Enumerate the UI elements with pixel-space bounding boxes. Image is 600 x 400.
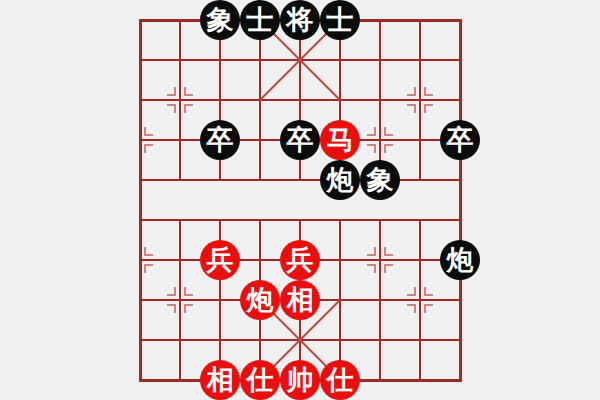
intersection-c1-r7[interactable]	[160, 280, 200, 320]
piece-red-soldier-2[interactable]: 兵	[280, 240, 320, 280]
piece-red-advisor-2[interactable]: 仕	[320, 360, 360, 400]
intersection-c4-r6[interactable]: 兵	[280, 240, 320, 280]
intersection-c8-r6[interactable]: 炮	[440, 240, 480, 280]
intersection-c4-r1[interactable]	[280, 40, 320, 80]
intersection-c3-r4[interactable]	[240, 160, 280, 200]
intersection-c5-r1[interactable]	[320, 40, 360, 80]
intersection-c8-r4[interactable]	[440, 160, 480, 200]
intersection-c1-r6[interactable]	[160, 240, 200, 280]
intersection-c6-r7[interactable]	[360, 280, 400, 320]
intersection-c4-r5[interactable]	[280, 200, 320, 240]
intersection-c7-r9[interactable]	[400, 360, 440, 400]
intersection-c6-r9[interactable]	[360, 360, 400, 400]
piece-red-cannon[interactable]: 炮	[240, 280, 280, 320]
intersection-c4-r2[interactable]	[280, 80, 320, 120]
piece-black-elephant-2[interactable]: 象	[360, 160, 400, 200]
intersection-c7-r8[interactable]	[400, 320, 440, 360]
intersection-c8-r7[interactable]	[440, 280, 480, 320]
intersection-c3-r6[interactable]	[240, 240, 280, 280]
intersection-c5-r9[interactable]: 仕	[320, 360, 360, 400]
piece-black-soldier-2[interactable]: 卒	[280, 120, 320, 160]
intersection-c1-r1[interactable]	[160, 40, 200, 80]
intersection-c2-r4[interactable]	[200, 160, 240, 200]
intersection-c6-r2[interactable]	[360, 80, 400, 120]
intersection-c3-r9[interactable]: 仕	[240, 360, 280, 400]
intersection-c1-r4[interactable]	[160, 160, 200, 200]
piece-red-horse[interactable]: 马	[320, 120, 360, 160]
piece-red-elephant-2[interactable]: 相	[200, 360, 240, 400]
piece-black-soldier-3[interactable]: 卒	[440, 120, 480, 160]
intersection-c3-r3[interactable]	[240, 120, 280, 160]
intersection-c2-r0[interactable]: 象	[200, 0, 240, 40]
piece-black-soldier-1[interactable]: 卒	[200, 120, 240, 160]
intersection-c0-r3[interactable]	[120, 120, 160, 160]
intersection-c8-r3[interactable]: 卒	[440, 120, 480, 160]
piece-black-general[interactable]: 将	[280, 0, 320, 40]
intersection-c0-r0[interactable]	[120, 0, 160, 40]
intersection-c6-r1[interactable]	[360, 40, 400, 80]
intersection-c5-r8[interactable]	[320, 320, 360, 360]
intersection-c0-r7[interactable]	[120, 280, 160, 320]
intersection-c8-r5[interactable]	[440, 200, 480, 240]
intersection-c4-r4[interactable]	[280, 160, 320, 200]
intersection-c2-r3[interactable]: 卒	[200, 120, 240, 160]
intersection-c0-r2[interactable]	[120, 80, 160, 120]
intersection-c7-r5[interactable]	[400, 200, 440, 240]
intersection-c0-r4[interactable]	[120, 160, 160, 200]
intersection-c3-r5[interactable]	[240, 200, 280, 240]
piece-black-advisor-1[interactable]: 士	[240, 0, 280, 40]
piece-black-cannon-2[interactable]: 炮	[440, 240, 480, 280]
intersection-c4-r3[interactable]: 卒	[280, 120, 320, 160]
intersection-c4-r8[interactable]	[280, 320, 320, 360]
intersection-c0-r5[interactable]	[120, 200, 160, 240]
piece-black-advisor-2[interactable]: 士	[320, 0, 360, 40]
intersection-c6-r5[interactable]	[360, 200, 400, 240]
intersection-c5-r4[interactable]: 炮	[320, 160, 360, 200]
piece-red-elephant-1[interactable]: 相	[280, 280, 320, 320]
intersection-c7-r7[interactable]	[400, 280, 440, 320]
intersection-c6-r8[interactable]	[360, 320, 400, 360]
intersection-c6-r6[interactable]	[360, 240, 400, 280]
intersection-c3-r7[interactable]: 炮	[240, 280, 280, 320]
intersection-c7-r4[interactable]	[400, 160, 440, 200]
piece-red-advisor-1[interactable]: 仕	[240, 360, 280, 400]
piece-black-cannon-1[interactable]: 炮	[320, 160, 360, 200]
piece-red-soldier-1[interactable]: 兵	[200, 240, 240, 280]
intersection-c0-r1[interactable]	[120, 40, 160, 80]
intersection-c1-r5[interactable]	[160, 200, 200, 240]
intersection-c8-r2[interactable]	[440, 80, 480, 120]
intersection-c8-r9[interactable]	[440, 360, 480, 400]
intersection-c1-r0[interactable]	[160, 0, 200, 40]
intersection-c2-r5[interactable]	[200, 200, 240, 240]
intersection-c2-r9[interactable]: 相	[200, 360, 240, 400]
intersection-c1-r9[interactable]	[160, 360, 200, 400]
intersection-c3-r8[interactable]	[240, 320, 280, 360]
piece-red-general[interactable]: 帅	[280, 360, 320, 400]
intersection-c4-r9[interactable]: 帅	[280, 360, 320, 400]
intersection-c4-r7[interactable]: 相	[280, 280, 320, 320]
intersection-c3-r1[interactable]	[240, 40, 280, 80]
intersection-c2-r2[interactable]	[200, 80, 240, 120]
intersection-c5-r7[interactable]	[320, 280, 360, 320]
intersection-c0-r6[interactable]	[120, 240, 160, 280]
intersection-c5-r5[interactable]	[320, 200, 360, 240]
intersection-c5-r6[interactable]	[320, 240, 360, 280]
intersection-c6-r0[interactable]	[360, 0, 400, 40]
intersection-c6-r4[interactable]: 象	[360, 160, 400, 200]
intersection-c3-r0[interactable]: 士	[240, 0, 280, 40]
intersection-c4-r0[interactable]: 将	[280, 0, 320, 40]
intersection-c0-r8[interactable]	[120, 320, 160, 360]
intersection-c1-r2[interactable]	[160, 80, 200, 120]
intersection-c7-r2[interactable]	[400, 80, 440, 120]
xiangqi-board-screen: 象士将士卒卒马卒炮象兵兵炮炮相相仕帅仕	[0, 0, 600, 400]
intersection-c2-r6[interactable]: 兵	[200, 240, 240, 280]
intersection-c7-r1[interactable]	[400, 40, 440, 80]
intersection-c2-r7[interactable]	[200, 280, 240, 320]
intersection-c2-r1[interactable]	[200, 40, 240, 80]
intersection-c7-r3[interactable]	[400, 120, 440, 160]
intersection-c5-r0[interactable]: 士	[320, 0, 360, 40]
intersection-c2-r8[interactable]	[200, 320, 240, 360]
intersection-c5-r3[interactable]: 马	[320, 120, 360, 160]
board-grid: 象士将士卒卒马卒炮象兵兵炮炮相相仕帅仕	[120, 0, 480, 400]
intersection-c7-r6[interactable]	[400, 240, 440, 280]
intersection-c6-r3[interactable]	[360, 120, 400, 160]
intersection-c8-r0[interactable]	[440, 0, 480, 40]
intersection-c5-r2[interactable]	[320, 80, 360, 120]
intersection-c0-r9[interactable]	[120, 360, 160, 400]
intersection-c7-r0[interactable]	[400, 0, 440, 40]
piece-black-elephant-1[interactable]: 象	[200, 0, 240, 40]
intersection-c8-r8[interactable]	[440, 320, 480, 360]
intersection-c3-r2[interactable]	[240, 80, 280, 120]
intersection-c1-r8[interactable]	[160, 320, 200, 360]
intersection-c8-r1[interactable]	[440, 40, 480, 80]
intersection-c1-r3[interactable]	[160, 120, 200, 160]
